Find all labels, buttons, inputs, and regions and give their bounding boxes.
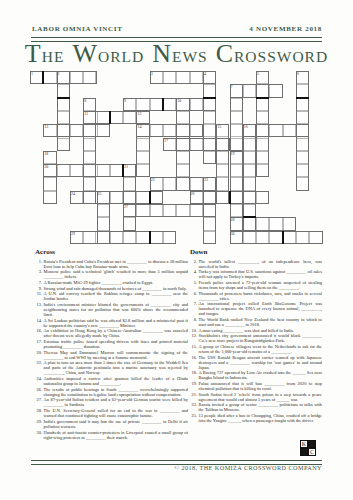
grid-cell[interactable] (97, 191, 110, 204)
grid-cell[interactable] (110, 231, 123, 244)
grid-cell[interactable] (230, 84, 243, 97)
grid-cell[interactable] (136, 124, 149, 137)
clue-text: Estonian traffic police issued speeding … (44, 339, 188, 349)
grid-cell[interactable] (83, 98, 96, 111)
grid-cell[interactable] (296, 124, 309, 137)
grid-cell[interactable] (203, 217, 216, 230)
grid-cell[interactable] (97, 204, 110, 217)
down-clue: 18.A Boeing 737 operated by Lion Air cra… (190, 370, 322, 380)
grid-cell[interactable] (83, 164, 96, 177)
clue-number: 13. (35, 302, 44, 317)
logo-cell-black-1 (308, 440, 316, 448)
clue-text: The U.N. Secretary-General called for an… (44, 408, 188, 418)
grid-cell[interactable] (123, 217, 136, 230)
grid-cell[interactable] (203, 151, 216, 164)
grid-cell[interactable] (269, 124, 282, 137)
grid-cell[interactable] (256, 84, 269, 97)
clue-number: 30. (35, 430, 44, 440)
grid-cell[interactable] (57, 111, 70, 124)
clue-number: 28. (35, 408, 44, 418)
clue-text: A group of Chinese villagers went to the… (199, 344, 322, 354)
grid-cell[interactable] (203, 111, 216, 124)
across-clue: 17.Estonian traffic police issued speedi… (35, 339, 188, 349)
grid-cell[interactable] (216, 151, 229, 164)
grid-cell[interactable] (230, 98, 243, 111)
clue-number: 27. (35, 397, 44, 407)
grid-cell[interactable] (163, 204, 176, 217)
grid-cell[interactable] (203, 84, 216, 97)
grid-cell[interactable] (203, 177, 216, 190)
grid-cell[interactable] (230, 191, 243, 204)
clue-number: 1. (35, 259, 44, 269)
clue-text: Strong wind and rain damaged thousands o… (44, 286, 188, 291)
grid-cell[interactable] (296, 71, 309, 84)
grid-cell[interactable] (43, 191, 56, 204)
grid-cell[interactable] (243, 231, 256, 244)
grid-cell[interactable] (123, 111, 136, 124)
grid-cell[interactable] (163, 138, 176, 151)
clue-number: 29. (35, 419, 44, 429)
copyright-text: © 2018, THE KOMIŻA CROSSWORD COMPANY (174, 464, 322, 471)
down-clue-list: 2.The world's tallest _________, of an i… (190, 259, 322, 424)
grid-cell[interactable] (83, 124, 96, 137)
clue-text: An 87-year-old Italian resident and a 62… (44, 397, 188, 407)
grid-cell[interactable] (123, 191, 136, 204)
grid-cell[interactable] (123, 177, 136, 190)
grid-cell[interactable] (123, 98, 136, 111)
across-clue: 3.Moscow police said a technical 'glitch… (35, 269, 188, 279)
grid-cell[interactable] (57, 138, 70, 151)
across-clue: 14.A Sri Lankan politician said he was o… (35, 318, 188, 328)
grid-cell[interactable] (97, 164, 110, 177)
grid-cell[interactable] (150, 71, 163, 84)
grid-cell[interactable] (190, 138, 203, 151)
down-clue: 10.A man-eating _________ was shot and k… (190, 328, 322, 333)
clue-text: South Sudan freed 2 'rebels' from prison… (199, 392, 322, 402)
down-heading: Down (190, 248, 322, 256)
across-clue: 9.Strong wind and rain damaged thousands… (35, 286, 188, 291)
clue-number: 18. (190, 370, 199, 380)
grid-cell[interactable] (190, 71, 203, 84)
clue-text: The world's tallest _________, of an ind… (199, 259, 322, 269)
grid-cell[interactable] (256, 138, 269, 151)
clue-text: 13 people died after a bus in Chongqing,… (199, 413, 322, 423)
grid-cell[interactable] (163, 231, 176, 244)
grid-cell[interactable] (190, 124, 203, 137)
grid-cell[interactable] (176, 177, 189, 190)
grid-cell[interactable] (136, 138, 149, 151)
grid-cell[interactable] (190, 204, 203, 217)
down-clue: 21.South Sudan freed 2 'rebels' from pri… (190, 392, 322, 402)
grid-cell[interactable] (57, 124, 70, 137)
clue-text: A plan to turn an area more than 5 times… (44, 360, 188, 375)
clue-number: 4. (190, 269, 199, 279)
grid-cell[interactable] (97, 217, 110, 230)
down-clue: 5.French police arrested a 72-year-old w… (190, 280, 322, 290)
komiza-logo: K C (300, 440, 316, 456)
across-clue: 7.A Russian-made MiG-29 fighter ________… (35, 280, 188, 285)
down-clue: 6.Thousands of protesters burnt rickshaw… (190, 291, 322, 301)
grid-cell[interactable] (256, 124, 269, 137)
clue-number: 14. (35, 318, 44, 328)
grid-cell[interactable] (296, 138, 309, 151)
grid-cell[interactable] (243, 84, 256, 97)
grid-cell[interactable] (256, 111, 269, 124)
across-clue: 22.A plan to turn an area more than 5 ti… (35, 360, 188, 375)
clue-text: Theresa May and Emmanuel Macron will com… (44, 350, 188, 360)
grid-cell[interactable] (150, 124, 163, 137)
grid-cell[interactable] (190, 177, 203, 190)
clue-number: 24. (35, 376, 44, 386)
clue-text: The USS Ronald Reagan aircraft carrier t… (199, 355, 322, 370)
across-clue: 27.An 87-year-old Italian resident and a… (35, 397, 188, 407)
issue-date: 4 NOVEMBER 2018 (249, 25, 322, 33)
grid-cell[interactable] (283, 217, 296, 230)
grid-cell[interactable] (150, 191, 163, 204)
clue-number: 2. (190, 259, 199, 269)
across-clues-column: Across 1.Russia's President and Cuba's P… (35, 248, 188, 440)
clue-number: 21. (190, 392, 199, 402)
grid-cell[interactable] (243, 164, 256, 177)
down-clue: 15.A group of Chinese villagers went to … (190, 344, 322, 354)
grid-cell[interactable] (110, 164, 123, 177)
clue-number: 15. (190, 344, 199, 354)
clue-text: Thousands of protesters burnt rickshaws,… (199, 291, 322, 301)
logo-cell-black-2 (300, 448, 308, 456)
grid-cell[interactable] (70, 164, 83, 177)
title-word: NEWS (152, 41, 208, 67)
grid-cell[interactable] (70, 231, 83, 244)
down-clues-column: Down 2.The world's tallest _________, of… (190, 248, 322, 424)
across-clue: 16.An exhibition in Hong Kong by a Chine… (35, 328, 188, 338)
grid-cell[interactable] (176, 164, 189, 177)
title-word: THE (25, 41, 65, 67)
down-clue: 23.Russia invited a group of senior ____… (190, 402, 322, 412)
grid-cell[interactable] (136, 231, 149, 244)
page-title: THEWORLDNEWSCROSSWORD (0, 41, 353, 67)
grid-cell[interactable] (203, 204, 216, 217)
clue-text: A man-eating _________ was shot and kill… (199, 328, 322, 333)
grid-cell[interactable] (83, 138, 96, 151)
grid-cell[interactable] (269, 231, 282, 244)
grid-cell[interactable] (163, 124, 176, 137)
clue-number: 11. (35, 291, 44, 301)
grid-cell[interactable] (230, 204, 243, 217)
grid-cell[interactable] (163, 71, 176, 84)
grid-cell[interactable] (203, 98, 216, 111)
clue-text: Russia's President and Cuba's President … (44, 259, 188, 269)
grid-cell[interactable] (136, 151, 149, 164)
clue-text: Authorities imposed a curfew after gunme… (44, 376, 188, 386)
clue-number: 25. (190, 413, 199, 423)
grid-cell[interactable] (83, 191, 96, 204)
grid-cell[interactable] (136, 98, 149, 111)
grid-cell[interactable] (243, 191, 256, 204)
grid-cell[interactable] (256, 98, 269, 111)
grid-cell[interactable] (230, 231, 243, 244)
grid-cell[interactable] (296, 111, 309, 124)
grid-cell[interactable] (57, 71, 70, 84)
clue-text: An exhibition in Hong Kong by a Chinese-… (44, 328, 188, 338)
clue-text: A U.N. aid convoy reached the Rukban ref… (44, 291, 188, 301)
grid-cell[interactable] (150, 231, 163, 244)
clue-number: 26. (35, 387, 44, 397)
grid-cell[interactable] (176, 111, 189, 124)
grid-cell[interactable] (256, 191, 269, 204)
grid-cell[interactable] (190, 98, 203, 111)
grid-cell[interactable] (70, 124, 83, 137)
clue-number: 9. (35, 286, 44, 291)
grid-cell[interactable] (163, 98, 176, 111)
down-clue: 12.Stockholm's city government announced… (190, 333, 322, 343)
newspaper-page: LABOR OMNIA VINCIT 4 NOVEMBER 2018 THEWO… (0, 0, 353, 500)
across-heading: Across (35, 248, 188, 256)
clue-number: 12. (190, 333, 199, 343)
clue-text: An international project called Earth Bi… (199, 301, 322, 316)
grid-cell[interactable] (243, 217, 256, 230)
masthead: LABOR OMNIA VINCIT 4 NOVEMBER 2018 (32, 25, 322, 33)
clue-number: 7. (35, 280, 44, 285)
grid-cell[interactable] (83, 111, 96, 124)
grid-cell[interactable] (136, 111, 149, 124)
grid-cell[interactable] (256, 71, 269, 84)
clue-text: Stockholm's city government announced it… (199, 333, 322, 343)
grid-cell[interactable] (296, 84, 309, 97)
across-clue: 29.India's government said it may ban th… (35, 419, 188, 429)
grid-cell[interactable] (216, 138, 229, 151)
grid-cell[interactable] (150, 98, 163, 111)
grid-cell[interactable] (57, 98, 70, 111)
grid-cell[interactable] (296, 98, 309, 111)
clue-number: 19. (190, 381, 199, 391)
grid-cell[interactable] (243, 151, 256, 164)
grid-cell[interactable] (176, 71, 189, 84)
across-clue: 13.India's environment minister blamed t… (35, 302, 188, 317)
grid-cell[interactable] (243, 204, 256, 217)
clue-text: Palau announced that it will ban _______… (199, 381, 322, 391)
grid-cell[interactable] (176, 151, 189, 164)
grid-cell[interactable] (256, 231, 269, 244)
grid-cell[interactable] (243, 138, 256, 151)
grid-cell[interactable] (70, 191, 83, 204)
grid-cell[interactable] (43, 151, 56, 164)
grid-cell[interactable] (136, 164, 149, 177)
clue-number: 5. (190, 280, 199, 290)
grid-cell[interactable] (243, 177, 256, 190)
clue-number: 23. (190, 402, 199, 412)
grid-cell[interactable] (230, 177, 243, 190)
grid-cell[interactable] (97, 231, 110, 244)
grid-cell[interactable] (216, 124, 229, 137)
clue-text: Hundreds of anti-fascist counter-protest… (44, 430, 188, 440)
grid-cell[interactable] (83, 151, 96, 164)
down-clue: 7.An international project called Earth … (190, 301, 322, 316)
grid-cell[interactable] (283, 231, 296, 244)
grid-cell[interactable] (43, 177, 56, 190)
grid-cell[interactable] (309, 231, 322, 244)
grid-cell[interactable] (203, 124, 216, 137)
grid-cell[interactable] (296, 164, 309, 177)
grid-cell[interactable] (150, 177, 163, 190)
grid-cell[interactable] (269, 217, 282, 230)
grid-cell[interactable] (230, 217, 243, 230)
grid-cell[interactable] (123, 164, 136, 177)
across-clue: 24.Authorities imposed a curfew after gu… (35, 376, 188, 386)
grid-cell[interactable] (269, 84, 282, 97)
across-clue: 30.Hundreds of anti-fascist counter-prot… (35, 430, 188, 440)
grid-cell[interactable] (176, 138, 189, 151)
across-clue-list: 1.Russia's President and Cuba's Presiden… (35, 259, 188, 440)
grid-cell[interactable] (43, 124, 56, 137)
clue-text: The World Bank ranked New Zealand the be… (199, 317, 322, 327)
grid-cell[interactable] (230, 151, 243, 164)
grid-cell[interactable] (283, 124, 296, 137)
clue-text: India's government said it may ban the u… (44, 419, 188, 429)
down-clue: 25.13 people died after a bus in Chongqi… (190, 413, 322, 423)
title-word: CROSSWORD (216, 41, 328, 67)
grid-cell[interactable] (163, 177, 176, 190)
across-clue: 1.Russia's President and Cuba's Presiden… (35, 259, 188, 269)
grid-cell[interactable] (83, 177, 96, 190)
grid-cell[interactable] (176, 204, 189, 217)
clue-text: The results of public hearings in South … (44, 387, 188, 397)
clue-number: 7. (190, 301, 199, 316)
clue-number: 20. (35, 350, 44, 360)
grid-cell[interactable] (216, 164, 229, 177)
grid-cell[interactable] (176, 124, 189, 137)
grid-cell[interactable] (83, 71, 96, 84)
clue-text: A Sri Lankan politician said he was offe… (44, 318, 188, 328)
clue-number: 17. (35, 339, 44, 349)
motto-text: LABOR OMNIA VINCIT (32, 25, 123, 33)
clue-number: 22. (35, 360, 44, 375)
clue-text: Turkey was informed that U.S. sanctions … (199, 269, 322, 279)
grid-cell[interactable] (97, 111, 110, 124)
grid-cell[interactable] (296, 151, 309, 164)
title-word: WORLD (72, 41, 144, 67)
crossword-grid: 1234567891011121314151617181920212223242… (30, 71, 324, 245)
grid-cell[interactable] (243, 124, 256, 137)
down-clue: 8.The World Bank ranked New Zealand the … (190, 317, 322, 327)
clue-text: Moscow police said a technical 'glitch' … (44, 269, 188, 279)
down-clue: 19.Palau announced that it will ban ____… (190, 381, 322, 391)
down-clue: 4.Turkey was informed that U.S. sanction… (190, 269, 322, 279)
clue-number: 16. (190, 355, 199, 370)
down-clue: 2.The world's tallest _________, of an i… (190, 259, 322, 269)
grid-cell[interactable] (43, 164, 56, 177)
grid-cell[interactable] (256, 151, 269, 164)
grid-cell[interactable] (230, 111, 243, 124)
grid-cell[interactable] (230, 164, 243, 177)
across-clue: 20.Theresa May and Emmanuel Macron will … (35, 350, 188, 360)
grid-cell[interactable] (110, 191, 123, 204)
grid-cell[interactable] (203, 138, 216, 151)
clue-number: 8. (190, 317, 199, 327)
clue-number: 10. (190, 328, 199, 333)
grid-cell[interactable] (216, 191, 229, 204)
grid-cell[interactable] (30, 71, 43, 84)
grid-cell[interactable] (176, 98, 189, 111)
grid-cell[interactable] (123, 204, 136, 217)
clue-text: India's environment minister blamed the … (44, 302, 188, 317)
grid-cell[interactable] (256, 217, 269, 230)
grid-cell[interactable] (296, 177, 309, 190)
logo-cell-c: C (308, 448, 316, 456)
clue-number: 16. (35, 328, 44, 338)
grid-cell[interactable] (203, 191, 216, 204)
grid-cell[interactable] (216, 177, 229, 190)
grid-cell[interactable] (230, 138, 243, 151)
grid-cell[interactable] (296, 231, 309, 244)
grid-cell[interactable] (256, 164, 269, 177)
grid-cell[interactable] (190, 191, 203, 204)
grid-cell[interactable] (203, 231, 216, 244)
across-clue: 11.A U.N. aid convoy reached the Rukban … (35, 291, 188, 301)
clue-number: 6. (190, 291, 199, 301)
across-clue: 26.The results of public hearings in Sou… (35, 387, 188, 397)
across-clue: 28.The U.N. Secretary-General called for… (35, 408, 188, 418)
grid-cell[interactable] (57, 84, 70, 97)
grid-cell[interactable] (150, 204, 163, 217)
logo-cell-k: K (300, 440, 308, 448)
clue-text: A Boeing 737 operated by Lion Air crashe… (199, 370, 322, 380)
clue-text: A Russian-made MiG-29 fighter _________ … (44, 280, 188, 285)
grid-cell[interactable] (83, 231, 96, 244)
grid-cell[interactable] (43, 71, 56, 84)
grid-cell[interactable] (203, 71, 216, 84)
grid-cell[interactable] (136, 204, 149, 217)
grid-cell[interactable] (70, 71, 83, 84)
grid-cell[interactable] (57, 164, 70, 177)
grid-cell[interactable] (230, 124, 243, 137)
down-clue: 16.The USS Ronald Reagan aircraft carrie… (190, 355, 322, 370)
grid-cell[interactable] (110, 111, 123, 124)
clue-text: Russia invited a group of senior _______… (199, 402, 322, 412)
clue-text: French police arrested a 72-year-old wom… (199, 280, 322, 290)
clue-number: 3. (35, 269, 44, 279)
grid-cell[interactable] (136, 191, 149, 204)
grid-cell[interactable] (123, 231, 136, 244)
grid-cell[interactable] (97, 124, 110, 137)
